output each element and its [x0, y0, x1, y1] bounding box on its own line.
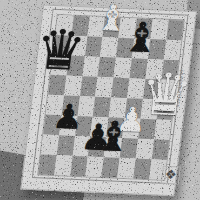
chessboard: chessmasters ❖ ♝♝♛♛♟♟♟♝ [37, 14, 183, 179]
square-h2 [151, 139, 169, 160]
square-h7 [163, 40, 181, 61]
photo-canvas: chessmasters ❖ ♝♝♛♛♟♟♟♝ [0, 0, 200, 200]
compass-ornament-icon: ❖ [161, 166, 181, 185]
piece-black-bishop-f7: ♝ [118, 17, 164, 60]
piece-black-bishop-e2: ♝ [90, 116, 136, 159]
piece-black-queen-a6: ♛ [30, 22, 92, 79]
square-h8 [166, 20, 184, 41]
